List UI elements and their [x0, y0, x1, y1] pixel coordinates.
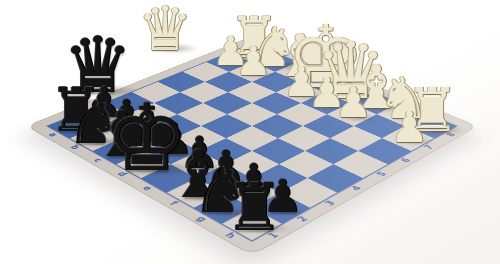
pawn-glyph: ♟ [235, 46, 268, 78]
pawn-glyph: ♟ [334, 87, 369, 120]
piece-black-rook[interactable]: ♜ [225, 182, 279, 231]
pawn-glyph: ♟ [390, 111, 425, 144]
queen-glyph: ♛ [138, 5, 189, 53]
piece-white-queen[interactable]: ♛ [138, 5, 189, 51]
piece-white-pawn[interactable]: ♟ [390, 111, 425, 143]
piece-white-pawn[interactable]: ♟ [334, 87, 369, 119]
chess-photo-scene: abcdefgh87654321 ♜♞♝♚♛♝♞♜♟♟♟♟♟♟♜♞♝♚♝♞♜♟♟… [0, 0, 500, 264]
piece-white-pawn[interactable]: ♟ [235, 46, 268, 76]
rook-glyph: ♜ [225, 182, 279, 233]
